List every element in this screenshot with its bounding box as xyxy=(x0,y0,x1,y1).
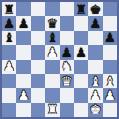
piece-white-pawn: ♟ xyxy=(104,88,116,101)
square-g1[interactable]: ♚ xyxy=(88,103,102,117)
square-f5[interactable]: ♟ xyxy=(74,45,88,59)
square-c1[interactable] xyxy=(31,103,45,117)
square-b8[interactable] xyxy=(16,2,30,16)
square-a7[interactable]: ♟ xyxy=(2,16,16,30)
piece-black-pawn: ♟ xyxy=(18,17,30,30)
square-c5[interactable] xyxy=(31,45,45,59)
piece-white-knight: ♞ xyxy=(61,60,73,73)
square-b4[interactable] xyxy=(16,60,30,74)
square-e7[interactable] xyxy=(60,16,74,30)
piece-white-pawn: ♟ xyxy=(90,88,102,101)
piece-black-king: ♚ xyxy=(90,2,102,15)
square-a1[interactable] xyxy=(2,103,16,117)
square-c7[interactable] xyxy=(31,16,45,30)
square-d4[interactable] xyxy=(45,60,59,74)
square-e5[interactable]: ♟ xyxy=(60,45,74,59)
square-d3[interactable] xyxy=(45,74,59,88)
piece-white-pawn: ♟ xyxy=(18,88,30,101)
square-e2[interactable] xyxy=(60,88,74,102)
square-b5[interactable] xyxy=(16,45,30,59)
square-h8[interactable] xyxy=(103,2,117,16)
square-g6[interactable] xyxy=(88,31,102,45)
square-e4[interactable]: ♞ xyxy=(60,60,74,74)
square-a8[interactable]: ♜ xyxy=(2,2,16,16)
square-f7[interactable] xyxy=(74,16,88,30)
square-f6[interactable] xyxy=(74,31,88,45)
square-e8[interactable] xyxy=(60,2,74,16)
square-c4[interactable] xyxy=(31,60,45,74)
square-f1[interactable] xyxy=(74,103,88,117)
square-h1[interactable] xyxy=(103,103,117,117)
square-a6[interactable]: ♝ xyxy=(2,31,16,45)
piece-white-queen: ♛ xyxy=(61,74,73,87)
square-d6[interactable]: ♝ xyxy=(45,31,59,45)
square-g8[interactable]: ♚ xyxy=(88,2,102,16)
square-g2[interactable]: ♟ xyxy=(88,88,102,102)
piece-black-bishop: ♝ xyxy=(46,31,58,44)
square-b2[interactable]: ♟ xyxy=(16,88,30,102)
chess-board: ♜♜♚♟♟♛♟♝♝♟♟♟♟♟♞♛♝♝♟♟♟♜♚ xyxy=(0,0,119,119)
square-g5[interactable] xyxy=(88,45,102,59)
piece-white-bishop: ♝ xyxy=(104,74,116,87)
square-b6[interactable] xyxy=(16,31,30,45)
square-b1[interactable] xyxy=(16,103,30,117)
piece-white-pawn: ♟ xyxy=(46,45,58,58)
square-h4[interactable] xyxy=(103,60,117,74)
square-f8[interactable]: ♜ xyxy=(74,2,88,16)
piece-black-queen: ♛ xyxy=(46,17,58,30)
piece-black-rook: ♜ xyxy=(3,2,15,15)
piece-black-pawn: ♟ xyxy=(61,45,73,58)
square-f4[interactable] xyxy=(74,60,88,74)
square-g7[interactable]: ♟ xyxy=(88,16,102,30)
square-a2[interactable] xyxy=(2,88,16,102)
square-e3[interactable]: ♛ xyxy=(60,74,74,88)
square-h5[interactable] xyxy=(103,45,117,59)
square-e1[interactable] xyxy=(60,103,74,117)
square-a3[interactable] xyxy=(2,74,16,88)
square-d5[interactable]: ♟ xyxy=(45,45,59,59)
piece-black-pawn: ♟ xyxy=(3,17,15,30)
square-b7[interactable]: ♟ xyxy=(16,16,30,30)
square-h7[interactable] xyxy=(103,16,117,30)
piece-black-bishop: ♝ xyxy=(3,31,15,44)
square-d1[interactable]: ♜ xyxy=(45,103,59,117)
piece-white-king: ♚ xyxy=(90,103,102,116)
piece-black-pawn: ♟ xyxy=(104,31,116,44)
square-a5[interactable] xyxy=(2,45,16,59)
square-g4[interactable] xyxy=(88,60,102,74)
piece-white-pawn: ♟ xyxy=(3,60,15,73)
square-b3[interactable] xyxy=(16,74,30,88)
square-a4[interactable]: ♟ xyxy=(2,60,16,74)
square-h2[interactable]: ♟ xyxy=(103,88,117,102)
square-f3[interactable] xyxy=(74,74,88,88)
square-f2[interactable] xyxy=(74,88,88,102)
square-d7[interactable]: ♛ xyxy=(45,16,59,30)
square-c8[interactable] xyxy=(31,2,45,16)
square-h6[interactable]: ♟ xyxy=(103,31,117,45)
piece-black-pawn: ♟ xyxy=(75,45,87,58)
square-d2[interactable] xyxy=(45,88,59,102)
piece-white-bishop: ♝ xyxy=(90,74,102,87)
square-c3[interactable] xyxy=(31,74,45,88)
piece-black-pawn: ♟ xyxy=(90,17,102,30)
square-c6[interactable] xyxy=(31,31,45,45)
square-h3[interactable]: ♝ xyxy=(103,74,117,88)
piece-white-rook: ♜ xyxy=(46,103,58,116)
square-c2[interactable] xyxy=(31,88,45,102)
square-e6[interactable] xyxy=(60,31,74,45)
piece-black-rook: ♜ xyxy=(75,2,87,15)
square-g3[interactable]: ♝ xyxy=(88,74,102,88)
square-d8[interactable] xyxy=(45,2,59,16)
